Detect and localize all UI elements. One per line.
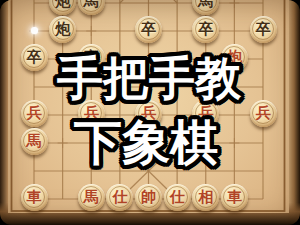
xiangqi-thumbnail: 炮馬馬炮卒卒卒卒卒炮兵兵兵兵兵馬車馬仕帥仕相車 手把手教 下象棋 <box>0 0 300 225</box>
piece-red-車[interactable]: 車 <box>21 184 48 211</box>
piece-black-馬[interactable]: 馬 <box>78 0 105 15</box>
piece-black-卒[interactable]: 卒 <box>250 16 277 43</box>
piece-red-仕[interactable]: 仕 <box>164 184 191 211</box>
piece-red-馬[interactable]: 馬 <box>78 184 105 211</box>
piece-red-相[interactable]: 相 <box>192 184 219 211</box>
caption-line-2: 下象棋 <box>74 111 218 175</box>
last-move-marker <box>31 27 38 34</box>
piece-black-炮[interactable]: 炮 <box>49 0 76 15</box>
piece-red-兵[interactable]: 兵 <box>21 100 48 127</box>
piece-black-卒[interactable]: 卒 <box>21 44 48 71</box>
piece-red-兵[interactable]: 兵 <box>250 100 277 127</box>
piece-black-卒[interactable]: 卒 <box>192 16 219 43</box>
piece-black-馬[interactable]: 馬 <box>192 0 219 15</box>
piece-black-卒[interactable]: 卒 <box>135 16 162 43</box>
caption-line-1: 手把手教 <box>57 48 241 110</box>
piece-red-帥[interactable]: 帥 <box>135 184 162 211</box>
piece-red-仕[interactable]: 仕 <box>106 184 133 211</box>
piece-red-車[interactable]: 車 <box>221 184 248 211</box>
piece-red-馬[interactable]: 馬 <box>21 128 48 155</box>
piece-black-炮[interactable]: 炮 <box>49 16 76 43</box>
